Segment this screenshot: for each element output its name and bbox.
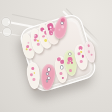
- flower-art-dot: [60, 17, 65, 22]
- flower-art-dot: [61, 76, 63, 78]
- flower-art-dot: [25, 48, 28, 51]
- flower-art-dot: [80, 51, 82, 53]
- flower-art-dot: [90, 54, 92, 56]
- rhinestone-gem: [61, 22, 63, 24]
- flower-art-dot: [81, 55, 84, 58]
- flower-art-dot: [32, 77, 35, 80]
- flower-art-dot: [30, 72, 33, 75]
- flower-art-dot: [79, 59, 82, 62]
- rhinestone-gem: [46, 80, 48, 82]
- rhinestone-gem: [60, 65, 63, 68]
- flower-art-dot: [33, 71, 35, 73]
- rhinestone-gem: [47, 68, 50, 71]
- rhinestone-gem: [48, 76, 50, 78]
- flower-art-dot: [27, 42, 29, 44]
- flower-art-dot: [29, 48, 32, 51]
- flower-art-dot: [58, 72, 61, 75]
- flower-art-dot: [87, 44, 90, 47]
- flower-art-dot: [69, 69, 72, 72]
- lid-hinge-loop: [2, 27, 12, 37]
- flower-art-dot: [61, 25, 65, 29]
- rhinestone-gem: [68, 52, 70, 54]
- flower-art-dot: [42, 35, 45, 38]
- photo-scene: [0, 0, 112, 112]
- flower-art-dot: [50, 26, 52, 28]
- rhinestone-gem: [46, 73, 48, 75]
- flower-art-dot: [66, 61, 69, 64]
- flower-art-dot: [88, 50, 91, 53]
- flower-art-dot: [70, 62, 72, 64]
- flower-art-dot: [36, 43, 39, 46]
- flower-art-dot: [34, 35, 36, 37]
- flower-art-dot: [31, 69, 33, 71]
- lid-hinge-loop: [1, 17, 11, 27]
